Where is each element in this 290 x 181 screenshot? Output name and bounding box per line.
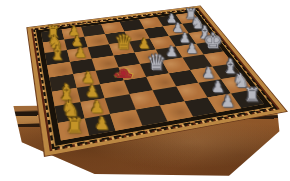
piece-silver-king: ♚ xyxy=(203,31,222,52)
square-d3 xyxy=(123,77,152,95)
piece-silver-pawn: ♟ xyxy=(186,42,198,56)
chess-board: ♜♟♟♜♞♟♟♞♝♟♛♟♟♝♟♟♚♟♚♛♝♟♟♝♞♟♟♞♜♟♟♜ xyxy=(41,12,264,140)
square-e3 xyxy=(146,73,176,90)
chess-set-photo: ♜♟♟♜♞♟♟♞♝♟♛♟♟♝♟♟♚♟♚♛♝♟♟♝♞♟♟♞♜♟♟♜ xyxy=(0,0,290,181)
piece-gold-pawn: ♟ xyxy=(74,45,86,59)
square-d6: ♛ xyxy=(109,41,135,55)
square-a1: ♜ xyxy=(58,118,89,140)
square-g5: ♟ xyxy=(176,43,204,57)
piece-gold-bishop: ♝ xyxy=(50,43,67,62)
piece-gold-pawn: ♟ xyxy=(94,115,109,132)
piece-gold-rook: ♜ xyxy=(65,116,84,137)
piece-silver-pawn: ♟ xyxy=(221,93,235,109)
piece-silver-rook: ♜ xyxy=(243,86,260,105)
piece-silver-queen: ♛ xyxy=(147,52,166,74)
square-d1 xyxy=(135,105,167,126)
piece-gold-pawn: ♟ xyxy=(89,98,104,114)
piece-gold-queen: ♛ xyxy=(114,33,132,53)
piece-gold-pawn: ♟ xyxy=(138,37,150,50)
piece-silver-pawn: ♟ xyxy=(165,45,177,59)
